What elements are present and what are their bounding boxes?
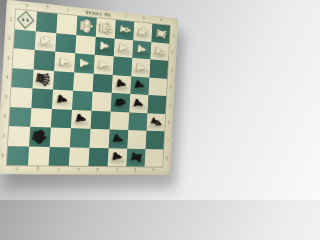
- file-label-g: g: [27, 165, 48, 174]
- rank-label-7: 7: [0, 126, 8, 146]
- square-f6: [51, 108, 72, 128]
- square-f5: [52, 89, 73, 109]
- square-b6: [128, 112, 147, 131]
- square-b8: [126, 148, 145, 166]
- chess-mat: US CHESS hgfedcba hgfedcba 12345678 1234…: [0, 0, 178, 175]
- square-e3: [74, 53, 95, 73]
- rank-label-6: 6: [0, 106, 9, 126]
- chess-board-grid: [7, 10, 170, 167]
- rank-label-5: 5: [1, 87, 10, 107]
- rank-label-1: 1: [6, 9, 15, 29]
- square-e2: [75, 35, 96, 55]
- square-c2: [114, 38, 134, 58]
- file-label-e: e: [68, 166, 88, 175]
- square-f4: [53, 71, 74, 91]
- square-g5: [31, 88, 53, 108]
- square-c6: [110, 111, 130, 130]
- file-label-c: c: [107, 166, 126, 175]
- square-a6: [147, 113, 166, 131]
- square-e7: [70, 128, 91, 147]
- rank-label-3: 3: [168, 61, 175, 79]
- file-labels-bottom: hgfedcba: [6, 165, 162, 175]
- square-f1: [56, 14, 77, 35]
- square-e6: [71, 109, 92, 128]
- file-label-h: h: [6, 165, 28, 174]
- square-b7: [127, 130, 146, 149]
- square-h1: [15, 10, 37, 31]
- square-d5: [92, 92, 112, 111]
- square-c3: [113, 56, 133, 76]
- square-e1: [76, 16, 97, 36]
- square-g1: [36, 12, 58, 33]
- square-c1: [115, 20, 135, 40]
- square-d6: [91, 110, 111, 129]
- square-b3: [131, 58, 150, 77]
- square-a5: [147, 95, 166, 114]
- square-d8: [88, 147, 108, 166]
- rank-label-8: 8: [163, 149, 170, 167]
- square-h8: [7, 146, 29, 166]
- square-b5: [129, 94, 148, 113]
- square-g6: [30, 108, 52, 128]
- file-label-d: d: [88, 166, 108, 175]
- square-c8: [108, 148, 128, 167]
- square-h6: [9, 107, 31, 127]
- square-f8: [49, 146, 70, 165]
- rank-label-1: 1: [170, 26, 177, 44]
- square-d4: [93, 73, 113, 93]
- square-e5: [72, 91, 93, 111]
- square-c5: [111, 93, 131, 112]
- square-a4: [148, 77, 167, 96]
- square-g7: [29, 127, 51, 147]
- square-f7: [50, 127, 71, 146]
- square-g3: [34, 50, 56, 71]
- square-a2: [150, 42, 169, 61]
- square-e8: [69, 147, 90, 166]
- square-d1: [96, 18, 116, 38]
- square-d7: [89, 129, 109, 148]
- square-a8: [145, 149, 164, 167]
- square-e4: [73, 72, 94, 92]
- square-c7: [109, 129, 129, 148]
- square-b1: [133, 22, 152, 42]
- square-f2: [55, 33, 76, 54]
- file-label-f: f: [48, 166, 69, 175]
- square-g4: [33, 69, 55, 89]
- file-label-b: b: [126, 166, 145, 174]
- square-h2: [14, 29, 36, 50]
- square-g2: [35, 31, 57, 52]
- square-b2: [132, 40, 151, 59]
- square-c4: [112, 75, 132, 94]
- square-a7: [146, 131, 165, 149]
- square-h7: [8, 126, 30, 146]
- rank-label-2: 2: [5, 28, 14, 48]
- rank-label-4: 4: [3, 67, 12, 87]
- square-b4: [130, 76, 149, 95]
- rank-label-2: 2: [169, 43, 176, 61]
- square-h3: [13, 48, 35, 69]
- square-d3: [94, 55, 114, 75]
- rank-label-3: 3: [4, 48, 13, 68]
- square-a3: [149, 59, 168, 78]
- square-h4: [11, 68, 33, 89]
- square-d2: [95, 36, 115, 56]
- square-f3: [54, 52, 75, 72]
- rank-label-5: 5: [166, 96, 173, 114]
- rank-label-7: 7: [164, 131, 171, 149]
- table-surface: US CHESS hgfedcba hgfedcba 12345678 1234…: [0, 0, 200, 200]
- square-a1: [151, 24, 170, 43]
- rank-label-4: 4: [167, 78, 174, 96]
- square-h5: [10, 87, 32, 107]
- square-g8: [28, 146, 50, 166]
- rank-label-6: 6: [165, 114, 172, 132]
- file-label-a: a: [144, 167, 162, 175]
